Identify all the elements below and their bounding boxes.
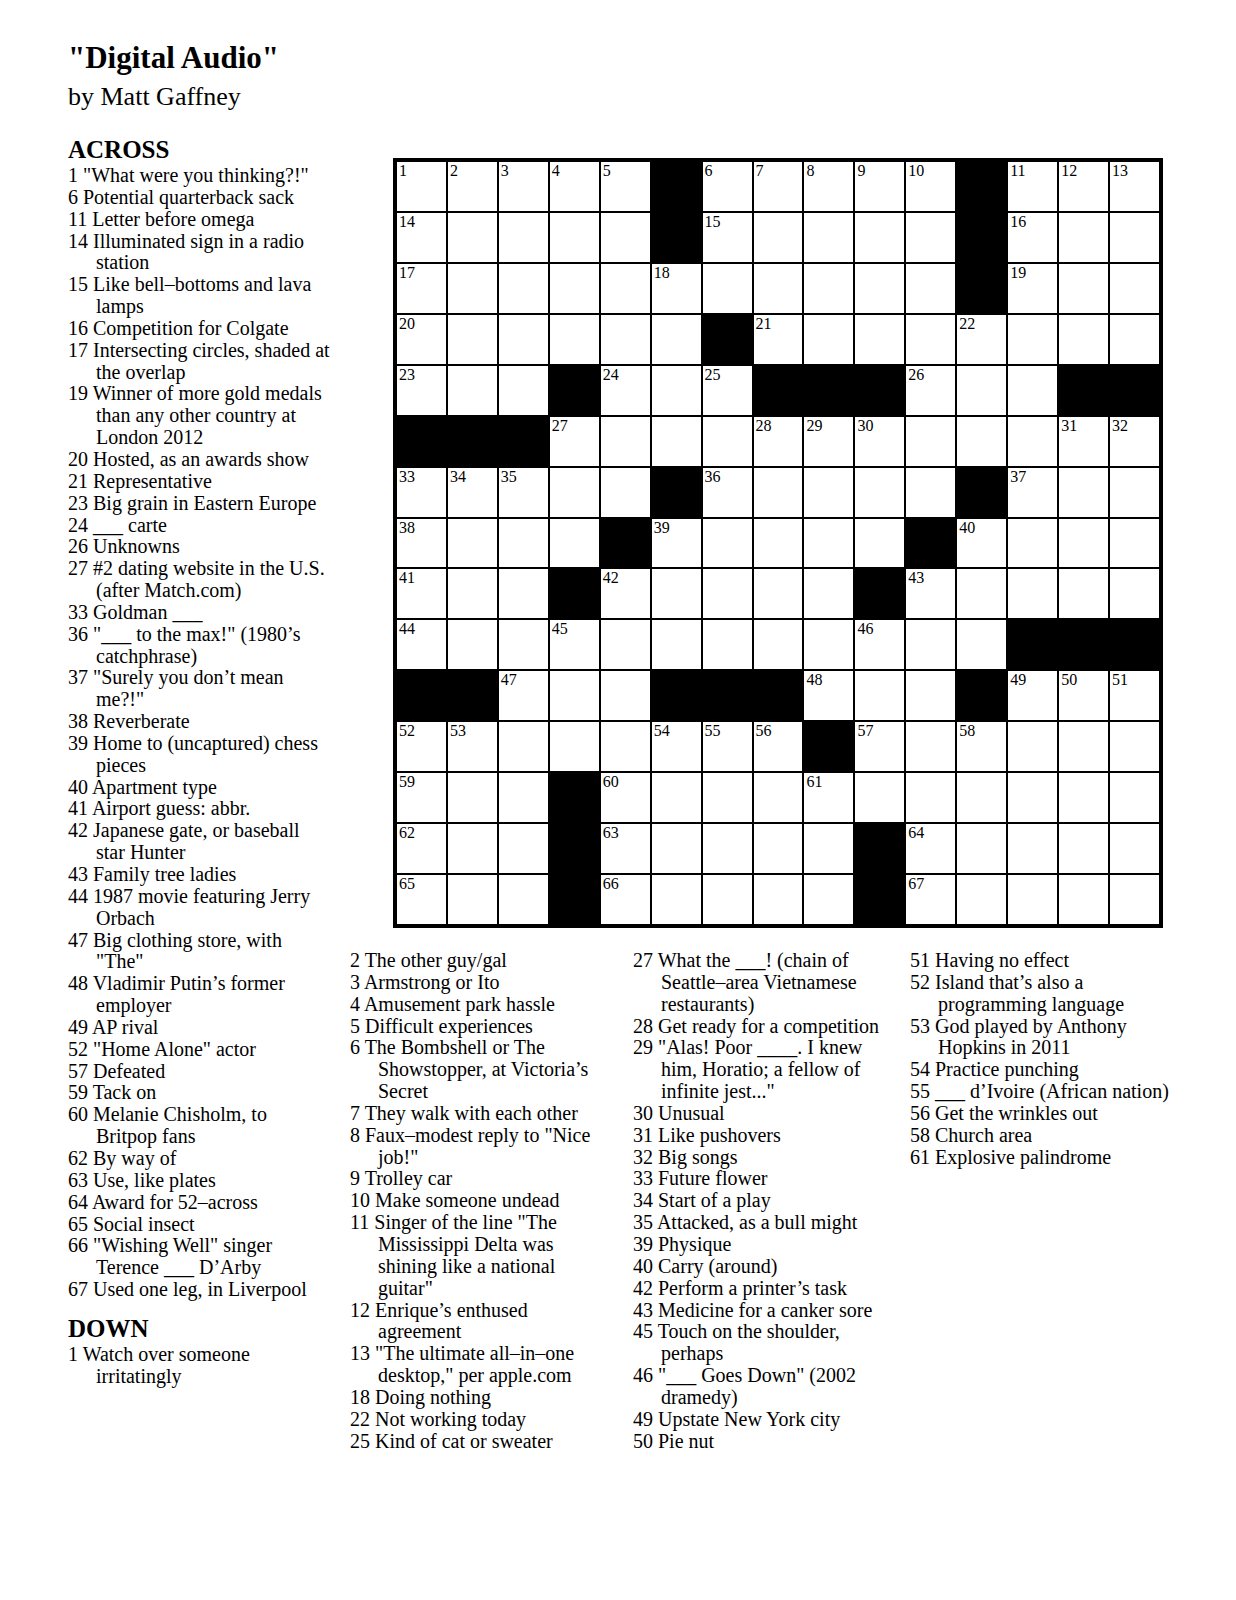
grid-cell[interactable] xyxy=(447,365,498,416)
grid-cell[interactable] xyxy=(1007,314,1058,365)
down-clue-46: 46 "___ Goes Down" (2002 dramedy) xyxy=(633,1365,887,1409)
clue-number: 38 xyxy=(399,519,415,536)
across-clue-37: 37 "Surely you don’t mean me?!" xyxy=(68,667,330,711)
grid-cell[interactable] xyxy=(956,772,1007,823)
clue-number: 62 xyxy=(399,824,415,841)
grid-cell[interactable]: 21 xyxy=(753,314,804,365)
grid-cell[interactable]: 29 xyxy=(803,416,854,467)
across-clue-26: 26 Unknowns xyxy=(68,536,330,558)
grid-cell[interactable] xyxy=(1007,568,1058,619)
grid-cell[interactable] xyxy=(753,263,804,314)
clue-number: 27 xyxy=(552,417,568,434)
grid-cell[interactable] xyxy=(1109,721,1160,772)
black-cell xyxy=(549,568,600,619)
down-clue-12: 12 Enrique’s enthused agreement xyxy=(350,1300,598,1344)
grid-cell[interactable] xyxy=(600,670,651,721)
black-cell xyxy=(702,670,753,721)
grid-cell[interactable]: 12 xyxy=(1058,161,1109,212)
clue-number: 43 xyxy=(908,569,924,586)
clue-number: 32 xyxy=(1112,417,1128,434)
clue-number: 35 xyxy=(501,468,517,485)
black-cell xyxy=(549,772,600,823)
grid-cell[interactable] xyxy=(549,314,600,365)
black-cell xyxy=(854,874,905,925)
grid-cell[interactable] xyxy=(1058,874,1109,925)
grid-cell[interactable] xyxy=(498,365,549,416)
grid-cell[interactable] xyxy=(549,263,600,314)
clue-number: 29 xyxy=(806,417,822,434)
grid-cell[interactable]: 60 xyxy=(600,772,651,823)
black-cell xyxy=(498,416,549,467)
grid-cell[interactable] xyxy=(753,619,804,670)
grid-cell[interactable] xyxy=(803,467,854,518)
grid-cell[interactable] xyxy=(1058,263,1109,314)
grid-cell[interactable] xyxy=(651,365,702,416)
crossword-grid: 1234567891011121314151617181920212223242… xyxy=(393,158,1163,928)
grid-cell[interactable]: 58 xyxy=(956,721,1007,772)
clue-number: 33 xyxy=(399,468,415,485)
grid-cell[interactable] xyxy=(803,568,854,619)
grid-cell[interactable] xyxy=(854,263,905,314)
clue-number: 24 xyxy=(603,366,619,383)
down-clue-54: 54 Practice punching xyxy=(910,1059,1182,1081)
clue-number: 34 xyxy=(450,468,466,485)
across-clue-6: 6 Potential quarterback sack xyxy=(68,187,330,209)
grid-cell[interactable] xyxy=(753,772,804,823)
grid-cell[interactable]: 15 xyxy=(702,212,753,263)
clue-number: 51 xyxy=(1112,671,1128,688)
black-cell xyxy=(651,161,702,212)
grid-cell[interactable] xyxy=(498,314,549,365)
grid-cell[interactable]: 25 xyxy=(702,365,753,416)
grid-cell[interactable]: 36 xyxy=(702,467,753,518)
puzzle-byline: by Matt Gaffney xyxy=(68,82,241,112)
grid-cell[interactable]: 23 xyxy=(396,365,447,416)
grid-cell[interactable]: 48 xyxy=(803,670,854,721)
across-clue-17: 17 Intersecting circles, shaded at the o… xyxy=(68,340,330,384)
grid-cell[interactable] xyxy=(1058,568,1109,619)
grid-cell[interactable]: 65 xyxy=(396,874,447,925)
black-cell xyxy=(651,670,702,721)
grid-cell[interactable] xyxy=(651,772,702,823)
grid-cell[interactable] xyxy=(1109,314,1160,365)
grid-cell[interactable] xyxy=(1058,467,1109,518)
grid-cell[interactable] xyxy=(1058,772,1109,823)
grid-cell[interactable] xyxy=(803,314,854,365)
grid-cell[interactable] xyxy=(956,568,1007,619)
grid-cell[interactable] xyxy=(600,619,651,670)
grid-cell[interactable]: 57 xyxy=(854,721,905,772)
grid-cell[interactable] xyxy=(1109,874,1160,925)
grid-cell[interactable]: 61 xyxy=(803,772,854,823)
grid-cell[interactable] xyxy=(498,772,549,823)
grid-cell[interactable] xyxy=(651,874,702,925)
grid-cell[interactable]: 46 xyxy=(854,619,905,670)
grid-cell[interactable]: 4 xyxy=(549,161,600,212)
clue-number: 63 xyxy=(603,824,619,841)
down-clue-56: 56 Get the wrinkles out xyxy=(910,1103,1182,1125)
clue-number: 65 xyxy=(399,875,415,892)
grid-cell[interactable]: 54 xyxy=(651,721,702,772)
across-clue-42: 42 Japanese gate, or baseball star Hunte… xyxy=(68,820,330,864)
grid-cell[interactable]: 62 xyxy=(396,823,447,874)
grid-cell[interactable] xyxy=(854,314,905,365)
black-cell xyxy=(1058,365,1109,416)
across-clue-16: 16 Competition for Colgate xyxy=(68,318,330,340)
grid-cell[interactable] xyxy=(905,721,956,772)
across-clue-39: 39 Home to (uncaptured) chess pieces xyxy=(68,733,330,777)
grid-cell[interactable] xyxy=(549,212,600,263)
grid-cell[interactable] xyxy=(447,518,498,569)
black-cell xyxy=(1109,619,1160,670)
black-cell xyxy=(600,518,651,569)
grid-cell[interactable]: 67 xyxy=(905,874,956,925)
grid-cell[interactable] xyxy=(600,212,651,263)
grid-cell[interactable]: 10 xyxy=(905,161,956,212)
grid-cell[interactable] xyxy=(549,670,600,721)
black-cell xyxy=(447,416,498,467)
grid-cell[interactable]: 42 xyxy=(600,568,651,619)
grid-cell[interactable] xyxy=(1058,721,1109,772)
across-clue-62: 62 By way of xyxy=(68,1148,330,1170)
grid-cell[interactable] xyxy=(549,721,600,772)
across-clue-57: 57 Defeated xyxy=(68,1061,330,1083)
grid-cell[interactable] xyxy=(1007,721,1058,772)
grid-cell[interactable]: 17 xyxy=(396,263,447,314)
across-clue-49: 49 AP rival xyxy=(68,1017,330,1039)
grid-cell[interactable]: 8 xyxy=(803,161,854,212)
grid-cell[interactable] xyxy=(702,823,753,874)
grid-cell[interactable]: 55 xyxy=(702,721,753,772)
grid-cell[interactable] xyxy=(753,874,804,925)
grid-cell[interactable]: 34 xyxy=(447,467,498,518)
grid-cell[interactable] xyxy=(1007,416,1058,467)
across-clue-44: 44 1987 movie featuring Jerry Orbach xyxy=(68,886,330,930)
grid-cell[interactable] xyxy=(854,212,905,263)
grid-cell[interactable] xyxy=(651,314,702,365)
clue-number: 1 xyxy=(399,162,407,179)
grid-cell[interactable] xyxy=(956,619,1007,670)
grid-cell[interactable] xyxy=(702,518,753,569)
clue-number: 54 xyxy=(654,722,670,739)
clue-number: 57 xyxy=(857,722,873,739)
grid-cell[interactable] xyxy=(1109,772,1160,823)
down-clue-10: 10 Make someone undead xyxy=(350,1190,598,1212)
grid-cell[interactable]: 20 xyxy=(396,314,447,365)
grid-cell[interactable] xyxy=(498,874,549,925)
grid-cell[interactable] xyxy=(447,874,498,925)
grid-cell[interactable] xyxy=(905,467,956,518)
grid-cell[interactable] xyxy=(803,823,854,874)
grid-cell[interactable]: 39 xyxy=(651,518,702,569)
grid-cell[interactable] xyxy=(447,823,498,874)
grid-cell[interactable] xyxy=(447,212,498,263)
across-clue-38: 38 Reverberate xyxy=(68,711,330,733)
down-clue-43: 43 Medicine for a canker sore xyxy=(633,1300,887,1322)
down-clue-50: 50 Pie nut xyxy=(633,1431,887,1453)
grid-cell[interactable] xyxy=(447,314,498,365)
black-cell xyxy=(956,212,1007,263)
grid-cell[interactable]: 2 xyxy=(447,161,498,212)
black-cell xyxy=(549,874,600,925)
grid-cell[interactable] xyxy=(1007,518,1058,569)
grid-cell[interactable]: 11 xyxy=(1007,161,1058,212)
grid-cell[interactable] xyxy=(854,467,905,518)
down-clue-45: 45 Touch on the shoulder, perhaps xyxy=(633,1321,887,1365)
grid-cell[interactable]: 3 xyxy=(498,161,549,212)
down-clue-list-1: 1 Watch over someone irritatingly xyxy=(68,1344,330,1388)
grid-cell[interactable] xyxy=(1109,568,1160,619)
grid-cell[interactable]: 5 xyxy=(600,161,651,212)
grid-cell[interactable]: 66 xyxy=(600,874,651,925)
grid-cell[interactable] xyxy=(905,314,956,365)
across-clue-65: 65 Social insect xyxy=(68,1214,330,1236)
clue-number: 55 xyxy=(705,722,721,739)
clue-number: 36 xyxy=(705,468,721,485)
grid-cell[interactable]: 26 xyxy=(905,365,956,416)
grid-cell[interactable] xyxy=(651,568,702,619)
down-clue-52: 52 Island that’s also a programming lang… xyxy=(910,972,1182,1016)
grid-cell[interactable] xyxy=(1109,518,1160,569)
grid-cell[interactable] xyxy=(803,263,854,314)
across-clue-19: 19 Winner of more gold medals than any o… xyxy=(68,383,330,449)
clue-number: 48 xyxy=(806,671,822,688)
down-clue-list-3: 27 What the ___! (chain of Seattle–area … xyxy=(633,950,887,1452)
grid-cell[interactable] xyxy=(753,518,804,569)
grid-cell[interactable]: 38 xyxy=(396,518,447,569)
clue-number: 59 xyxy=(399,773,415,790)
grid-cell[interactable] xyxy=(702,568,753,619)
grid-cell[interactable]: 37 xyxy=(1007,467,1058,518)
grid-cell[interactable] xyxy=(702,416,753,467)
grid-cell[interactable] xyxy=(956,416,1007,467)
grid-cell[interactable] xyxy=(498,823,549,874)
grid-cell[interactable] xyxy=(905,772,956,823)
grid-cell[interactable]: 53 xyxy=(447,721,498,772)
clue-number: 47 xyxy=(501,671,517,688)
grid-cell[interactable] xyxy=(651,619,702,670)
clue-number: 13 xyxy=(1112,162,1128,179)
down-clue-58: 58 Church area xyxy=(910,1125,1182,1147)
down-clue-13: 13 "The ultimate all–in–one desktop," pe… xyxy=(350,1343,598,1387)
grid-cell[interactable] xyxy=(498,518,549,569)
across-clue-27: 27 #2 dating website in the U.S. (after … xyxy=(68,558,330,602)
grid-cell[interactable]: 33 xyxy=(396,467,447,518)
grid-cell[interactable] xyxy=(905,670,956,721)
grid-cell[interactable] xyxy=(905,263,956,314)
grid-cell[interactable]: 22 xyxy=(956,314,1007,365)
clue-number: 41 xyxy=(399,569,415,586)
grid-cell[interactable]: 32 xyxy=(1109,416,1160,467)
down-clues-column-4: 51 Having no effect52 Island that’s also… xyxy=(910,950,1182,1168)
grid-cell[interactable] xyxy=(905,619,956,670)
black-cell xyxy=(1058,619,1109,670)
clue-number: 14 xyxy=(399,213,415,230)
across-clue-63: 63 Use, like plates xyxy=(68,1170,330,1192)
grid-cell[interactable] xyxy=(1109,823,1160,874)
grid-cell[interactable]: 14 xyxy=(396,212,447,263)
down-clue-28: 28 Get ready for a competition xyxy=(633,1016,887,1038)
clue-number: 9 xyxy=(857,162,865,179)
black-cell xyxy=(854,365,905,416)
grid-cell[interactable] xyxy=(702,263,753,314)
grid-cell[interactable]: 9 xyxy=(854,161,905,212)
grid-cell[interactable] xyxy=(1109,467,1160,518)
clue-number: 18 xyxy=(654,264,670,281)
down-clue-32: 32 Big songs xyxy=(633,1147,887,1169)
down-clue-49: 49 Upstate New York city xyxy=(633,1409,887,1431)
grid-cell[interactable] xyxy=(549,467,600,518)
grid-cell[interactable] xyxy=(803,619,854,670)
grid-cell[interactable] xyxy=(600,314,651,365)
down-clue-27: 27 What the ___! (chain of Seattle–area … xyxy=(633,950,887,1016)
grid-cell[interactable] xyxy=(753,467,804,518)
grid-cell[interactable] xyxy=(651,416,702,467)
grid-cell[interactable] xyxy=(447,619,498,670)
grid-cell[interactable] xyxy=(956,874,1007,925)
grid-cell[interactable] xyxy=(498,619,549,670)
grid-cell[interactable]: 16 xyxy=(1007,212,1058,263)
clue-number: 45 xyxy=(552,620,568,637)
across-clue-23: 23 Big grain in Eastern Europe xyxy=(68,493,330,515)
black-cell xyxy=(854,568,905,619)
grid-cell[interactable] xyxy=(854,772,905,823)
clue-number: 7 xyxy=(756,162,764,179)
grid-cell[interactable] xyxy=(498,568,549,619)
grid-cell[interactable] xyxy=(600,467,651,518)
grid-cell[interactable]: 18 xyxy=(651,263,702,314)
grid-cell[interactable] xyxy=(600,721,651,772)
grid-cell[interactable] xyxy=(753,823,804,874)
grid-cell[interactable]: 41 xyxy=(396,568,447,619)
grid-cell[interactable]: 6 xyxy=(702,161,753,212)
down-clues-column-2: 2 The other guy/gal3 Armstrong or Ito4 A… xyxy=(350,950,598,1452)
grid-cell[interactable]: 7 xyxy=(753,161,804,212)
grid-cell[interactable] xyxy=(803,518,854,569)
grid-cell[interactable] xyxy=(447,772,498,823)
clue-number: 19 xyxy=(1010,264,1026,281)
grid-cell[interactable] xyxy=(956,823,1007,874)
grid-cell[interactable]: 47 xyxy=(498,670,549,721)
down-clue-8: 8 Faux–modest reply to "Nice job!" xyxy=(350,1125,598,1169)
grid-cell[interactable] xyxy=(447,568,498,619)
grid-cell[interactable]: 43 xyxy=(905,568,956,619)
grid-cell[interactable] xyxy=(1058,212,1109,263)
grid-cell[interactable] xyxy=(905,212,956,263)
down-clue-42: 42 Perform a printer’s task xyxy=(633,1278,887,1300)
grid-cell[interactable]: 44 xyxy=(396,619,447,670)
clue-number: 67 xyxy=(908,875,924,892)
grid-cell[interactable] xyxy=(600,263,651,314)
grid-cell[interactable] xyxy=(854,518,905,569)
grid-cell[interactable] xyxy=(1007,365,1058,416)
across-header: ACROSS xyxy=(68,136,330,163)
grid-cell[interactable] xyxy=(854,670,905,721)
grid-cell[interactable] xyxy=(1007,823,1058,874)
grid-cell[interactable] xyxy=(1058,823,1109,874)
grid-cell[interactable] xyxy=(702,619,753,670)
down-clue-11: 11 Singer of the line "The Mississippi D… xyxy=(350,1212,598,1299)
clue-number: 66 xyxy=(603,875,619,892)
grid-cell[interactable]: 49 xyxy=(1007,670,1058,721)
black-cell xyxy=(702,314,753,365)
clue-number: 3 xyxy=(501,162,509,179)
grid-cell[interactable]: 45 xyxy=(549,619,600,670)
grid-cell[interactable]: 19 xyxy=(1007,263,1058,314)
grid-cell[interactable] xyxy=(702,772,753,823)
grid-cell[interactable]: 24 xyxy=(600,365,651,416)
grid-cell[interactable] xyxy=(702,874,753,925)
grid-cell[interactable]: 59 xyxy=(396,772,447,823)
clue-number: 30 xyxy=(857,417,873,434)
clue-number: 17 xyxy=(399,264,415,281)
grid-cell[interactable]: 27 xyxy=(549,416,600,467)
clue-number: 5 xyxy=(603,162,611,179)
across-clue-14: 14 Illuminated sign in a radio station xyxy=(68,231,330,275)
grid-cell[interactable] xyxy=(498,212,549,263)
down-clues-column-3: 27 What the ___! (chain of Seattle–area … xyxy=(633,950,887,1452)
grid-cell[interactable]: 56 xyxy=(753,721,804,772)
grid-cell[interactable] xyxy=(905,416,956,467)
clue-number: 26 xyxy=(908,366,924,383)
grid-cell[interactable] xyxy=(803,874,854,925)
down-clue-list-2: 2 The other guy/gal3 Armstrong or Ito4 A… xyxy=(350,950,598,1452)
down-clue-5: 5 Difficult experiences xyxy=(350,1016,598,1038)
across-clue-1: 1 "What were you thinking?!" xyxy=(68,165,330,187)
grid-cell[interactable]: 64 xyxy=(905,823,956,874)
grid-cell[interactable] xyxy=(651,823,702,874)
down-clue-1: 1 Watch over someone irritatingly xyxy=(68,1344,330,1388)
grid-cell[interactable] xyxy=(1007,874,1058,925)
grid-cell[interactable] xyxy=(1058,314,1109,365)
clue-number: 52 xyxy=(399,722,415,739)
grid-cell[interactable]: 13 xyxy=(1109,161,1160,212)
grid-cell[interactable] xyxy=(498,263,549,314)
grid-cell[interactable] xyxy=(803,212,854,263)
grid-cell[interactable]: 52 xyxy=(396,721,447,772)
grid-cell[interactable]: 1 xyxy=(396,161,447,212)
grid-cell[interactable]: 40 xyxy=(956,518,1007,569)
down-clue-51: 51 Having no effect xyxy=(910,950,1182,972)
clue-number: 28 xyxy=(756,417,772,434)
grid-cell[interactable] xyxy=(600,416,651,467)
grid-cell[interactable] xyxy=(956,365,1007,416)
clue-number: 11 xyxy=(1010,162,1025,179)
grid-cell[interactable]: 35 xyxy=(498,467,549,518)
grid-cell[interactable]: 31 xyxy=(1058,416,1109,467)
black-cell xyxy=(396,670,447,721)
across-clue-48: 48 Vladimir Putin’s former employer xyxy=(68,973,330,1017)
clue-number: 61 xyxy=(806,773,822,790)
grid-cell[interactable] xyxy=(447,263,498,314)
grid-cell[interactable]: 51 xyxy=(1109,670,1160,721)
grid-cell[interactable] xyxy=(1007,772,1058,823)
grid-cell[interactable] xyxy=(1058,518,1109,569)
grid-cell[interactable] xyxy=(549,518,600,569)
grid-cell[interactable]: 63 xyxy=(600,823,651,874)
across-clue-64: 64 Award for 52–across xyxy=(68,1192,330,1214)
grid-cell[interactable]: 28 xyxy=(753,416,804,467)
grid-cell[interactable]: 30 xyxy=(854,416,905,467)
grid-cell[interactable] xyxy=(753,212,804,263)
across-clue-21: 21 Representative xyxy=(68,471,330,493)
grid-cell[interactable] xyxy=(498,721,549,772)
clue-number: 25 xyxy=(705,366,721,383)
grid-cell[interactable] xyxy=(753,568,804,619)
grid-cell[interactable]: 50 xyxy=(1058,670,1109,721)
grid-cell[interactable] xyxy=(1109,212,1160,263)
grid-cell[interactable] xyxy=(1109,263,1160,314)
